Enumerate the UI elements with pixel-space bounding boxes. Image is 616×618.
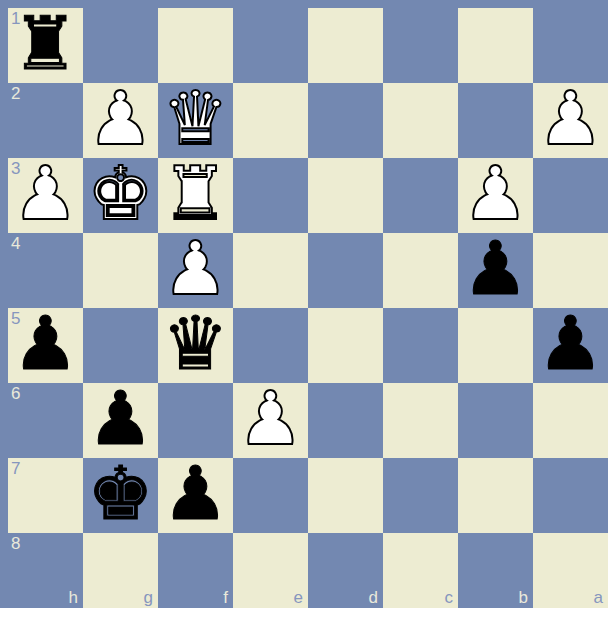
square-h4[interactable]: 4 xyxy=(8,233,83,308)
square-f8[interactable]: f xyxy=(158,533,233,608)
square-d7[interactable] xyxy=(308,458,383,533)
square-e8[interactable]: e xyxy=(233,533,308,608)
square-e3[interactable] xyxy=(233,158,308,233)
square-a6[interactable] xyxy=(533,383,608,458)
square-h6[interactable]: 6 xyxy=(8,383,83,458)
piece-black-rook-h1[interactable]: ♜ xyxy=(12,6,78,81)
piece-black-pawn-b4[interactable]: ♟ xyxy=(462,231,528,306)
piece-white-pawn-g2[interactable]: ♟ xyxy=(87,81,153,156)
piece-black-pawn-f7[interactable]: ♟ xyxy=(162,456,228,531)
square-e6[interactable]: ♟ xyxy=(233,383,308,458)
square-e2[interactable] xyxy=(233,83,308,158)
file-label-h: h xyxy=(69,589,78,606)
board-squares: 1♜2♟♛♟3♟♚♜♟4♟♟5♟♛♟6♟♟7♚♟8hgfedcba xyxy=(8,8,608,608)
piece-white-king-g3[interactable]: ♚ xyxy=(87,156,153,231)
file-label-c: c xyxy=(445,589,454,606)
square-g4[interactable] xyxy=(83,233,158,308)
square-g1[interactable] xyxy=(83,8,158,83)
square-b3[interactable]: ♟ xyxy=(458,158,533,233)
square-f4[interactable]: ♟ xyxy=(158,233,233,308)
piece-white-pawn-e6[interactable]: ♟ xyxy=(237,381,303,456)
square-d3[interactable] xyxy=(308,158,383,233)
chess-board: 1♜2♟♛♟3♟♚♜♟4♟♟5♟♛♟6♟♟7♚♟8hgfedcba xyxy=(0,0,608,608)
square-a4[interactable] xyxy=(533,233,608,308)
square-a7[interactable] xyxy=(533,458,608,533)
square-g8[interactable]: g xyxy=(83,533,158,608)
square-f2[interactable]: ♛ xyxy=(158,83,233,158)
square-g3[interactable]: ♚ xyxy=(83,158,158,233)
square-h2[interactable]: 2 xyxy=(8,83,83,158)
square-b7[interactable] xyxy=(458,458,533,533)
square-h5[interactable]: 5♟ xyxy=(8,308,83,383)
square-a1[interactable] xyxy=(533,8,608,83)
piece-white-pawn-b3[interactable]: ♟ xyxy=(462,156,528,231)
square-d1[interactable] xyxy=(308,8,383,83)
square-e4[interactable] xyxy=(233,233,308,308)
square-a8[interactable]: a xyxy=(533,533,608,608)
square-e7[interactable] xyxy=(233,458,308,533)
file-label-a: a xyxy=(594,589,603,606)
square-b2[interactable] xyxy=(458,83,533,158)
square-b8[interactable]: b xyxy=(458,533,533,608)
square-d2[interactable] xyxy=(308,83,383,158)
square-f1[interactable] xyxy=(158,8,233,83)
square-e1[interactable] xyxy=(233,8,308,83)
square-c2[interactable] xyxy=(383,83,458,158)
piece-black-pawn-g6[interactable]: ♟ xyxy=(87,381,153,456)
square-c8[interactable]: c xyxy=(383,533,458,608)
file-label-d: d xyxy=(369,589,378,606)
square-d4[interactable] xyxy=(308,233,383,308)
piece-white-pawn-a2[interactable]: ♟ xyxy=(537,81,603,156)
file-label-b: b xyxy=(519,589,528,606)
square-b6[interactable] xyxy=(458,383,533,458)
file-label-f: f xyxy=(223,589,228,606)
rank-label-4: 4 xyxy=(11,235,20,252)
square-c6[interactable] xyxy=(383,383,458,458)
square-h3[interactable]: 3♟ xyxy=(8,158,83,233)
square-g5[interactable] xyxy=(83,308,158,383)
square-e5[interactable] xyxy=(233,308,308,383)
square-b5[interactable] xyxy=(458,308,533,383)
square-c1[interactable] xyxy=(383,8,458,83)
chess-board-page: 1♜2♟♛♟3♟♚♜♟4♟♟5♟♛♟6♟♟7♚♟8hgfedcba xyxy=(0,0,616,618)
square-b1[interactable] xyxy=(458,8,533,83)
rank-label-6: 6 xyxy=(11,385,20,402)
square-g2[interactable]: ♟ xyxy=(83,83,158,158)
square-c5[interactable] xyxy=(383,308,458,383)
piece-black-queen-f5[interactable]: ♛ xyxy=(162,306,228,381)
square-b4[interactable]: ♟ xyxy=(458,233,533,308)
square-d6[interactable] xyxy=(308,383,383,458)
square-f7[interactable]: ♟ xyxy=(158,458,233,533)
square-g6[interactable]: ♟ xyxy=(83,383,158,458)
piece-white-rook-f3[interactable]: ♜ xyxy=(162,156,228,231)
piece-white-pawn-f4[interactable]: ♟ xyxy=(162,231,228,306)
file-label-g: g xyxy=(144,589,153,606)
rank-label-8: 8 xyxy=(11,535,20,552)
piece-white-queen-f2[interactable]: ♛ xyxy=(162,81,228,156)
square-f6[interactable] xyxy=(158,383,233,458)
square-h8[interactable]: 8h xyxy=(8,533,83,608)
piece-black-king-g7[interactable]: ♚ xyxy=(87,456,153,531)
square-c3[interactable] xyxy=(383,158,458,233)
square-h7[interactable]: 7 xyxy=(8,458,83,533)
file-label-e: e xyxy=(294,589,303,606)
square-f5[interactable]: ♛ xyxy=(158,308,233,383)
square-a3[interactable] xyxy=(533,158,608,233)
piece-black-pawn-a5[interactable]: ♟ xyxy=(537,306,603,381)
piece-white-pawn-h3[interactable]: ♟ xyxy=(12,156,78,231)
rank-label-2: 2 xyxy=(11,85,20,102)
square-c7[interactable] xyxy=(383,458,458,533)
square-c4[interactable] xyxy=(383,233,458,308)
square-d5[interactable] xyxy=(308,308,383,383)
square-g7[interactable]: ♚ xyxy=(83,458,158,533)
square-h1[interactable]: 1♜ xyxy=(8,8,83,83)
rank-label-7: 7 xyxy=(11,460,20,477)
piece-black-pawn-h5[interactable]: ♟ xyxy=(12,306,78,381)
square-d8[interactable]: d xyxy=(308,533,383,608)
square-a2[interactable]: ♟ xyxy=(533,83,608,158)
square-a5[interactable]: ♟ xyxy=(533,308,608,383)
square-f3[interactable]: ♜ xyxy=(158,158,233,233)
